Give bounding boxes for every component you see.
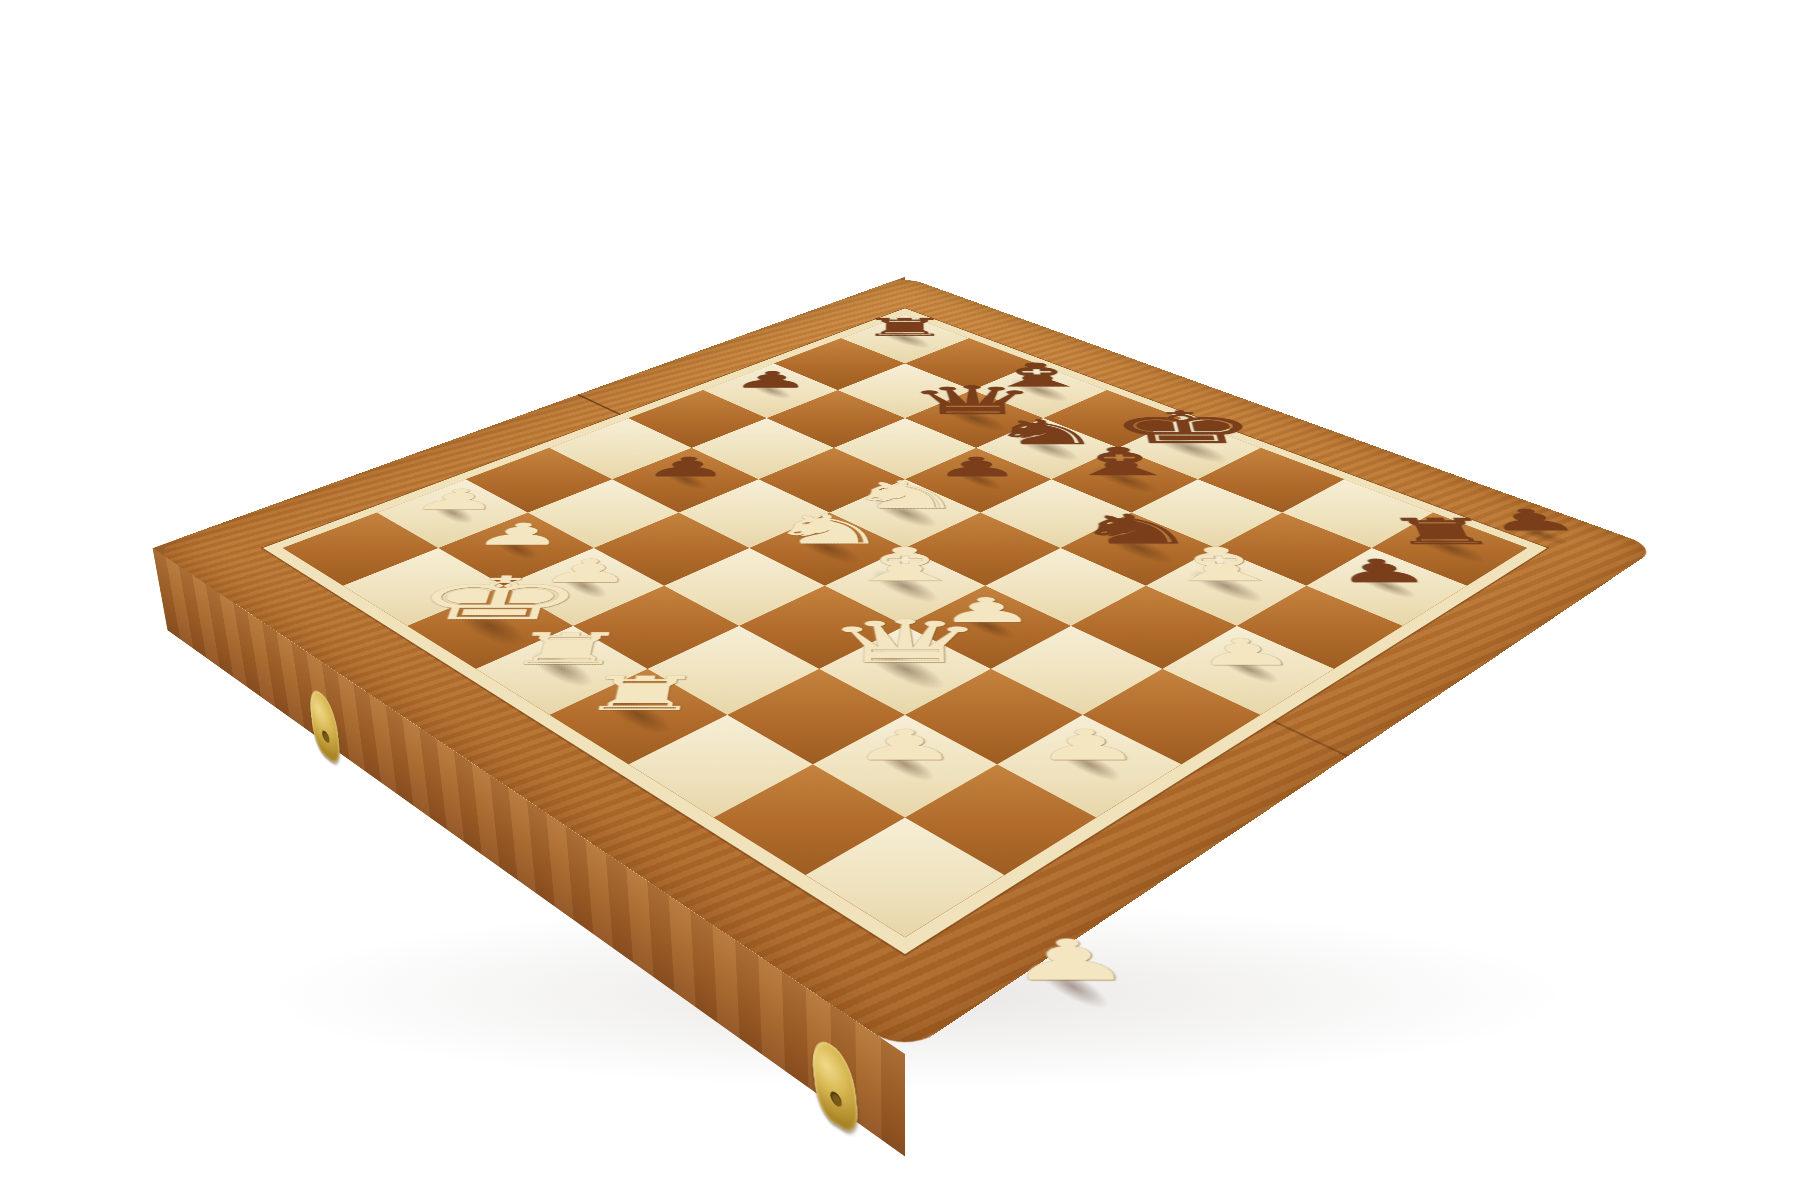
- brass-latch-icon: [307, 683, 342, 770]
- pawn-glyph-icon: ♟: [1004, 932, 1137, 988]
- brass-latch-icon: [809, 1032, 860, 1139]
- rook-glyph-icon: ♜: [1379, 514, 1507, 550]
- rook-glyph-icon: ♜: [859, 315, 952, 339]
- pawn-glyph-icon: ♟: [730, 369, 814, 392]
- pawn-glyph-icon: ♟: [468, 519, 571, 549]
- pawn-glyph-icon: ♟: [406, 486, 508, 514]
- bishop-glyph-icon: ♝: [1055, 443, 1190, 482]
- bishop-glyph-icon: ♝: [834, 542, 976, 588]
- pawn-glyph-icon: ♟: [641, 454, 734, 481]
- chessboard: ♜♝♚♜♛♞♝♟♟♟♞♝♞♟♟♞♝♟♛♟♟♟♟♟♚♜♜♟♟: [263, 308, 1547, 954]
- photo-scene: ♜♝♚♜♛♞♝♟♟♟♞♝♞♟♟♞♝♟♛♟♟♟♟♟♚♜♜♟♟: [0, 0, 1811, 1200]
